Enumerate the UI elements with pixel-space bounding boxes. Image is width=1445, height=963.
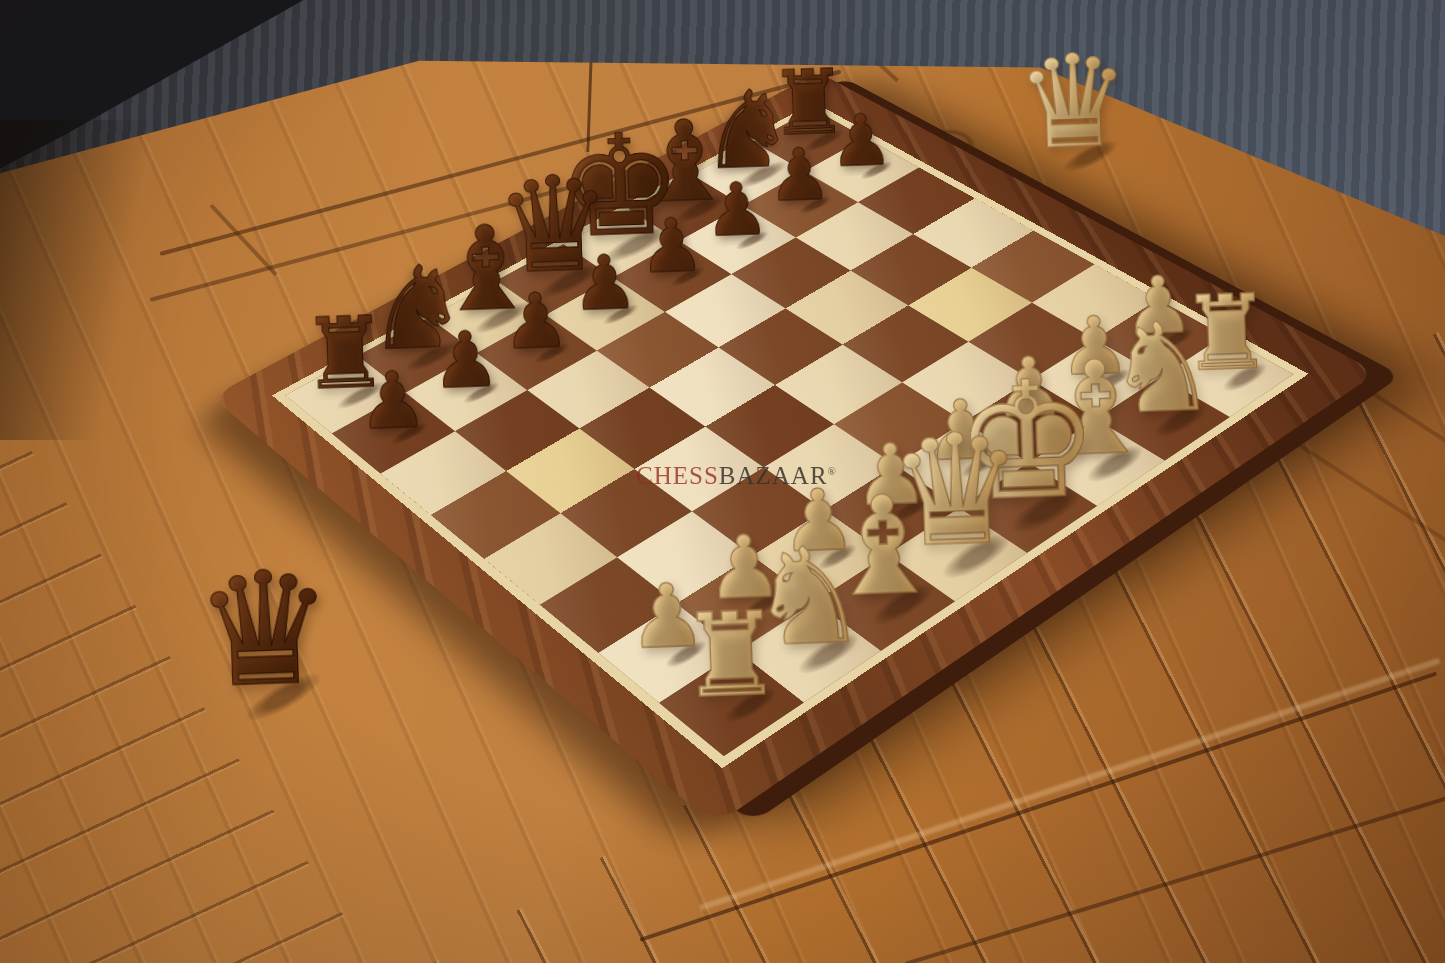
piece-shadow [857, 159, 897, 181]
square-d6[interactable] [597, 312, 719, 388]
piece-black-rook-h8[interactable]: ♜ [718, 56, 898, 151]
board-grid: ♜♞♝♛♚♝♞♜♟♟♟♟♟♟♟♟♟♟♟♟♟♟♟♟♜♞♝♛♚♝♞♜ [285, 109, 1293, 756]
square-h7[interactable]: ♟ [804, 138, 918, 202]
piece-shadow [530, 340, 574, 366]
square-f7[interactable]: ♟ [679, 206, 796, 275]
square-h8[interactable]: ♜ [753, 109, 865, 171]
piece-black-pawn-d7[interactable]: ♟ [508, 242, 701, 323]
piece-white-queen[interactable]: ♛ [980, 35, 1167, 169]
square-g7[interactable]: ♟ [742, 171, 858, 237]
piece-shadow [400, 337, 466, 376]
square-f5[interactable] [786, 271, 908, 345]
piece-black-queen-d8[interactable]: ♛ [458, 156, 649, 293]
piece-shadow [669, 191, 732, 227]
piece-shadow [386, 420, 431, 448]
square-e5[interactable] [719, 309, 843, 385]
watermark-bazaar: BAZAAR [719, 462, 828, 489]
piece-shadow [731, 228, 772, 252]
piece-black-pawn-e7[interactable]: ♟ [576, 206, 767, 286]
piece-shadow [799, 127, 849, 155]
piece-white-rook-a1[interactable]: ♜ [614, 594, 847, 717]
piece-shadow [1055, 136, 1126, 176]
piece-black-queen[interactable]: ♛ [151, 548, 379, 711]
chess-board: ♜♞♝♛♚♝♞♜♟♟♟♟♟♟♟♟♟♟♟♟♟♟♟♟♜♞♝♛♚♝♞♜ ♛♛ [211, 72, 1377, 826]
square-c8[interactable]: ♝ [428, 280, 545, 353]
square-e7[interactable]: ♟ [613, 241, 731, 312]
square-b7[interactable]: ♟ [405, 353, 527, 431]
watermark-chess: CHESS [636, 462, 719, 489]
piece-shadow [469, 298, 536, 337]
square-e8[interactable]: ♚ [564, 209, 679, 277]
piece-black-king-e8[interactable]: ♚ [526, 113, 715, 258]
piece-black-pawn-c7[interactable]: ♟ [438, 280, 634, 362]
piece-shadow [599, 302, 642, 327]
piece-black-pawn-f7[interactable]: ♟ [642, 170, 830, 249]
piece-black-bishop-c8[interactable]: ♝ [389, 208, 583, 330]
chessbazaar-watermark: CHESSBAZAAR® [636, 462, 837, 490]
registered-mark: ® [828, 465, 837, 477]
piece-shadow [795, 193, 836, 216]
square-f8[interactable]: ♝ [628, 175, 742, 241]
square-f6[interactable] [731, 238, 850, 309]
piece-black-knight-g8[interactable]: ♞ [656, 73, 839, 185]
piece-shadow [459, 379, 503, 406]
piece-black-pawn-h7[interactable]: ♟ [770, 102, 953, 179]
board-tilt-wrapper: ♜♞♝♛♚♝♞♜♟♟♟♟♟♟♟♟♟♟♟♟♟♟♟♟♜♞♝♛♚♝♞♜ ♛♛ [306, 0, 1243, 854]
square-g6[interactable] [795, 202, 913, 271]
photo-scene: ♜♞♝♛♚♝♞♜♟♟♟♟♟♟♟♟♟♟♟♟♟♟♟♟♜♞♝♛♚♝♞♜ ♛♛ CHES… [0, 0, 1445, 963]
piece-shadow [733, 157, 793, 191]
square-b8[interactable]: ♞ [358, 318, 477, 393]
piece-black-pawn-b7[interactable]: ♟ [366, 318, 565, 401]
piece-black-bishop-f8[interactable]: ♝ [592, 103, 778, 220]
piece-shadow [533, 259, 609, 303]
piece-shadow [597, 222, 676, 268]
square-h5[interactable] [914, 198, 1034, 267]
square-g5[interactable] [850, 234, 971, 305]
piece-shadow [666, 265, 708, 289]
square-d7[interactable]: ♟ [546, 277, 665, 350]
piece-black-pawn-g7[interactable]: ♟ [707, 136, 893, 214]
square-a7[interactable]: ♟ [332, 393, 455, 474]
square-e6[interactable] [665, 274, 786, 347]
square-h6[interactable] [858, 167, 975, 234]
square-g8[interactable]: ♞ [692, 141, 805, 205]
board-maple-border: ♜♞♝♛♚♝♞♜♟♟♟♟♟♟♟♟♟♟♟♟♟♟♟♟♜♞♝♛♚♝♞♜ [272, 102, 1308, 768]
square-c7[interactable]: ♟ [476, 315, 596, 390]
square-d8[interactable]: ♛ [497, 244, 613, 314]
square-a1[interactable]: ♜ [659, 652, 803, 756]
piece-black-pawn-a7[interactable]: ♟ [292, 358, 494, 443]
